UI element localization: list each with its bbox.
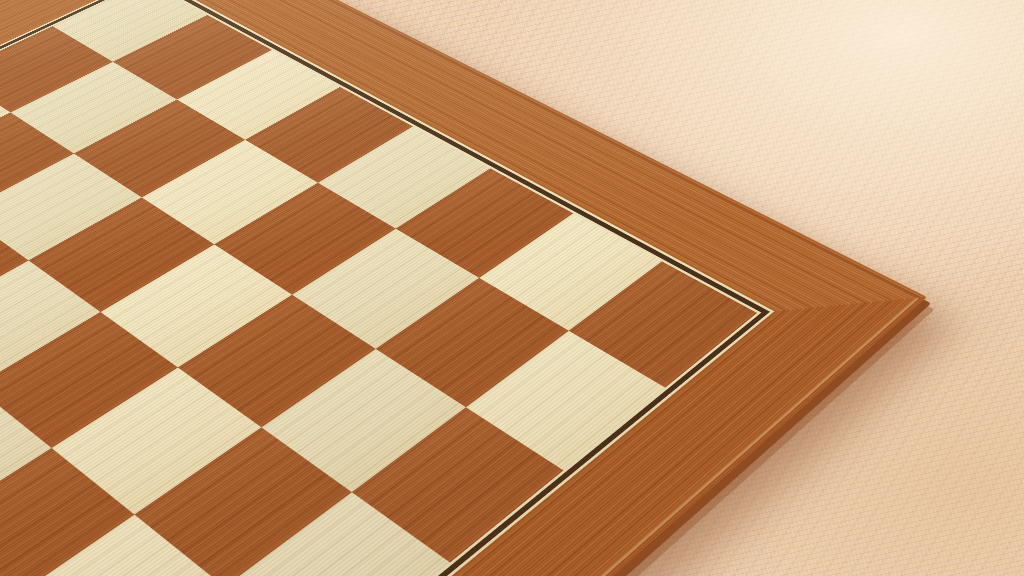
photo-scene xyxy=(0,0,1024,576)
